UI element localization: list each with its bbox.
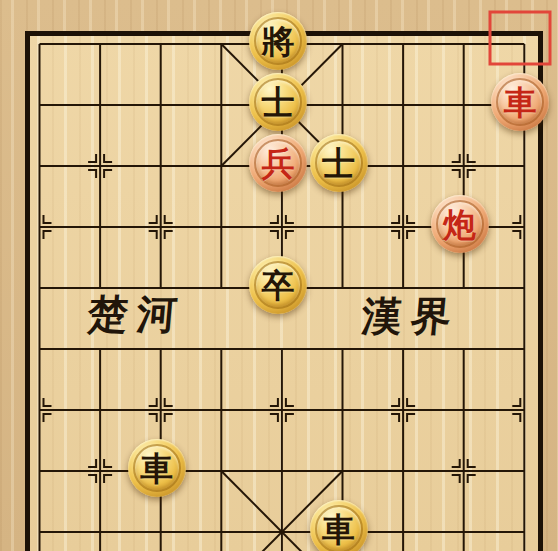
piece-black-soldier[interactable]: 卒 — [249, 256, 307, 314]
piece-glyph: 士 — [261, 86, 294, 119]
piece-glyph: 卒 — [261, 269, 294, 302]
piece-red-cannon[interactable]: 炮 — [431, 195, 489, 253]
piece-glyph: 車 — [504, 86, 537, 119]
river-label-left: 楚河 — [86, 292, 188, 336]
last-move-highlight — [489, 11, 552, 66]
piece-red-soldier[interactable]: 兵 — [249, 134, 307, 192]
piece-glyph: 車 — [140, 452, 173, 485]
piece-glyph: 將 — [261, 25, 294, 58]
piece-glyph: 車 — [322, 513, 355, 546]
xiangqi-board-screen: 楚河 漢界 將士車兵士炮卒車車 — [0, 0, 558, 551]
piece-glyph: 炮 — [443, 208, 476, 241]
piece-black-chariot[interactable]: 車 — [310, 500, 368, 551]
piece-glyph: 兵 — [261, 147, 294, 180]
river-label-right: 漢界 — [360, 294, 462, 338]
piece-black-advisor[interactable]: 士 — [249, 73, 307, 131]
piece-black-chariot[interactable]: 車 — [128, 439, 186, 497]
piece-red-chariot[interactable]: 車 — [491, 73, 549, 131]
piece-glyph: 士 — [322, 147, 355, 180]
piece-black-advisor[interactable]: 士 — [310, 134, 368, 192]
piece-black-general[interactable]: 將 — [249, 12, 307, 70]
